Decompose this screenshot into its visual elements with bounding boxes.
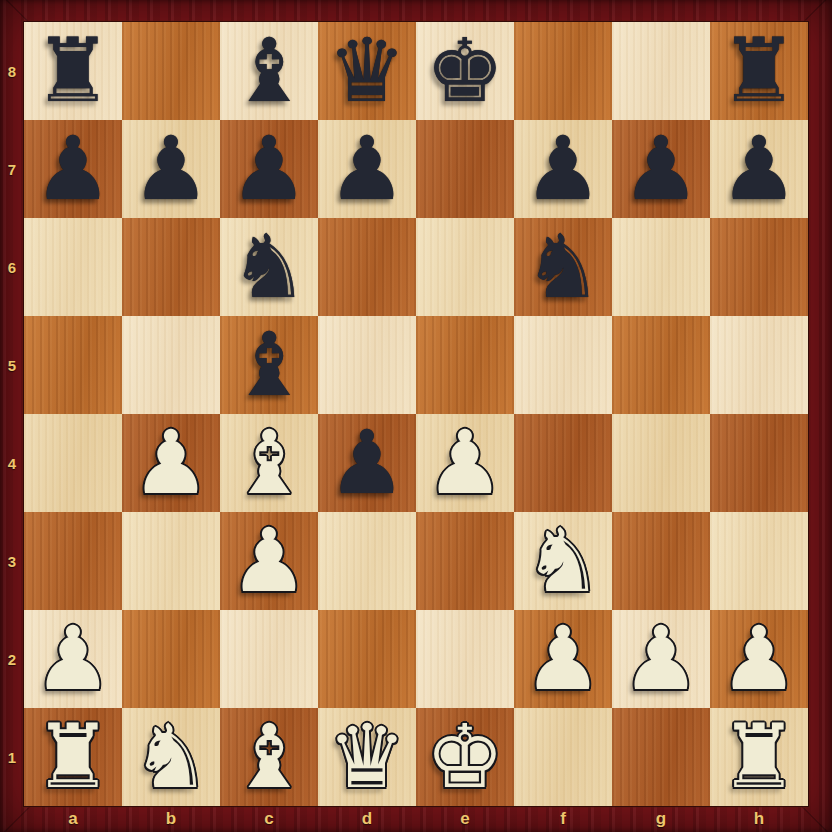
black-rook-a8[interactable]: ♜ — [34, 22, 113, 120]
square-e2[interactable] — [416, 610, 514, 708]
square-d1[interactable]: ♛ — [318, 708, 416, 806]
square-b8[interactable] — [122, 22, 220, 120]
black-pawn-g7[interactable]: ♟ — [622, 120, 701, 218]
square-b2[interactable] — [122, 610, 220, 708]
white-pawn-c3[interactable]: ♟ — [230, 512, 309, 610]
square-f5[interactable] — [514, 316, 612, 414]
file-label-c: c — [220, 806, 318, 832]
square-g4[interactable] — [612, 414, 710, 512]
square-h7[interactable]: ♟ — [710, 120, 808, 218]
file-label-e: e — [416, 806, 514, 832]
square-d6[interactable] — [318, 218, 416, 316]
square-c6[interactable]: ♞ — [220, 218, 318, 316]
black-pawn-d7[interactable]: ♟ — [328, 120, 407, 218]
square-d2[interactable] — [318, 610, 416, 708]
file-label-b: b — [122, 806, 220, 832]
square-f7[interactable]: ♟ — [514, 120, 612, 218]
black-bishop-c8[interactable]: ♝ — [230, 22, 309, 120]
black-pawn-f7[interactable]: ♟ — [524, 120, 603, 218]
square-f3[interactable]: ♞ — [514, 512, 612, 610]
black-bishop-c5[interactable]: ♝ — [230, 316, 309, 414]
chess-board-frame: 87654321 ♜♝♛♚♜♟♟♟♟♟♟♟♞♞♝♟♝♟♟♟♞♟♟♟♟♜♞♝♛♚♜… — [0, 0, 832, 832]
white-king-e1[interactable]: ♚ — [426, 708, 505, 806]
black-queen-d8[interactable]: ♛ — [328, 22, 407, 120]
square-f4[interactable] — [514, 414, 612, 512]
board: ♜♝♛♚♜♟♟♟♟♟♟♟♞♞♝♟♝♟♟♟♞♟♟♟♟♜♞♝♛♚♜ — [24, 22, 808, 806]
square-e5[interactable] — [416, 316, 514, 414]
square-a5[interactable] — [24, 316, 122, 414]
square-h8[interactable]: ♜ — [710, 22, 808, 120]
black-rook-h8[interactable]: ♜ — [720, 22, 799, 120]
square-b5[interactable] — [122, 316, 220, 414]
white-bishop-c4[interactable]: ♝ — [230, 414, 309, 512]
file-label-h: h — [710, 806, 808, 832]
file-label-g: g — [612, 806, 710, 832]
square-f8[interactable] — [514, 22, 612, 120]
square-d8[interactable]: ♛ — [318, 22, 416, 120]
square-c2[interactable] — [220, 610, 318, 708]
square-g7[interactable]: ♟ — [612, 120, 710, 218]
black-pawn-b7[interactable]: ♟ — [132, 120, 211, 218]
black-knight-c6[interactable]: ♞ — [230, 218, 309, 316]
square-g8[interactable] — [612, 22, 710, 120]
square-g3[interactable] — [612, 512, 710, 610]
black-pawn-c7[interactable]: ♟ — [230, 120, 309, 218]
white-pawn-h2[interactable]: ♟ — [720, 610, 799, 708]
square-b1[interactable]: ♞ — [122, 708, 220, 806]
white-bishop-c1[interactable]: ♝ — [230, 708, 309, 806]
square-e3[interactable] — [416, 512, 514, 610]
square-d5[interactable] — [318, 316, 416, 414]
square-g1[interactable] — [612, 708, 710, 806]
square-a3[interactable] — [24, 512, 122, 610]
square-d7[interactable]: ♟ — [318, 120, 416, 218]
square-a2[interactable]: ♟ — [24, 610, 122, 708]
square-b7[interactable]: ♟ — [122, 120, 220, 218]
square-g6[interactable] — [612, 218, 710, 316]
black-pawn-d4[interactable]: ♟ — [328, 414, 407, 512]
square-b3[interactable] — [122, 512, 220, 610]
square-h1[interactable]: ♜ — [710, 708, 808, 806]
rank-label-5: 5 — [0, 316, 24, 414]
square-f6[interactable]: ♞ — [514, 218, 612, 316]
white-pawn-e4[interactable]: ♟ — [426, 414, 505, 512]
square-e7[interactable] — [416, 120, 514, 218]
file-labels: abcdefgh — [24, 806, 808, 832]
square-h3[interactable] — [710, 512, 808, 610]
square-e4[interactable]: ♟ — [416, 414, 514, 512]
square-d4[interactable]: ♟ — [318, 414, 416, 512]
rank-label-3: 3 — [0, 512, 24, 610]
square-h4[interactable] — [710, 414, 808, 512]
black-pawn-a7[interactable]: ♟ — [34, 120, 113, 218]
square-c4[interactable]: ♝ — [220, 414, 318, 512]
white-pawn-a2[interactable]: ♟ — [34, 610, 113, 708]
rank-label-7: 7 — [0, 120, 24, 218]
white-pawn-b4[interactable]: ♟ — [132, 414, 211, 512]
square-g2[interactable]: ♟ — [612, 610, 710, 708]
black-pawn-h7[interactable]: ♟ — [720, 120, 799, 218]
white-pawn-g2[interactable]: ♟ — [622, 610, 701, 708]
white-pawn-f2[interactable]: ♟ — [524, 610, 603, 708]
file-label-a: a — [24, 806, 122, 832]
file-label-f: f — [514, 806, 612, 832]
square-b4[interactable]: ♟ — [122, 414, 220, 512]
square-a4[interactable] — [24, 414, 122, 512]
square-h6[interactable] — [710, 218, 808, 316]
rank-label-8: 8 — [0, 22, 24, 120]
white-knight-f3[interactable]: ♞ — [524, 512, 603, 610]
square-c8[interactable]: ♝ — [220, 22, 318, 120]
square-e8[interactable]: ♚ — [416, 22, 514, 120]
white-queen-d1[interactable]: ♛ — [328, 708, 407, 806]
square-a6[interactable] — [24, 218, 122, 316]
square-a7[interactable]: ♟ — [24, 120, 122, 218]
square-e6[interactable] — [416, 218, 514, 316]
square-a8[interactable]: ♜ — [24, 22, 122, 120]
square-d3[interactable] — [318, 512, 416, 610]
square-c3[interactable]: ♟ — [220, 512, 318, 610]
square-c7[interactable]: ♟ — [220, 120, 318, 218]
square-h2[interactable]: ♟ — [710, 610, 808, 708]
square-g5[interactable] — [612, 316, 710, 414]
square-f1[interactable] — [514, 708, 612, 806]
black-king-e8[interactable]: ♚ — [426, 22, 505, 120]
white-knight-b1[interactable]: ♞ — [132, 708, 211, 806]
square-b6[interactable] — [122, 218, 220, 316]
rank-labels: 87654321 — [0, 22, 24, 806]
square-f2[interactable]: ♟ — [514, 610, 612, 708]
rank-label-4: 4 — [0, 414, 24, 512]
square-c5[interactable]: ♝ — [220, 316, 318, 414]
square-e1[interactable]: ♚ — [416, 708, 514, 806]
rank-label-1: 1 — [0, 708, 24, 806]
white-rook-a1[interactable]: ♜ — [34, 708, 113, 806]
rank-label-6: 6 — [0, 218, 24, 316]
black-knight-f6[interactable]: ♞ — [524, 218, 603, 316]
square-a1[interactable]: ♜ — [24, 708, 122, 806]
file-label-d: d — [318, 806, 416, 832]
white-rook-h1[interactable]: ♜ — [720, 708, 799, 806]
rank-label-2: 2 — [0, 610, 24, 708]
square-c1[interactable]: ♝ — [220, 708, 318, 806]
square-h5[interactable] — [710, 316, 808, 414]
